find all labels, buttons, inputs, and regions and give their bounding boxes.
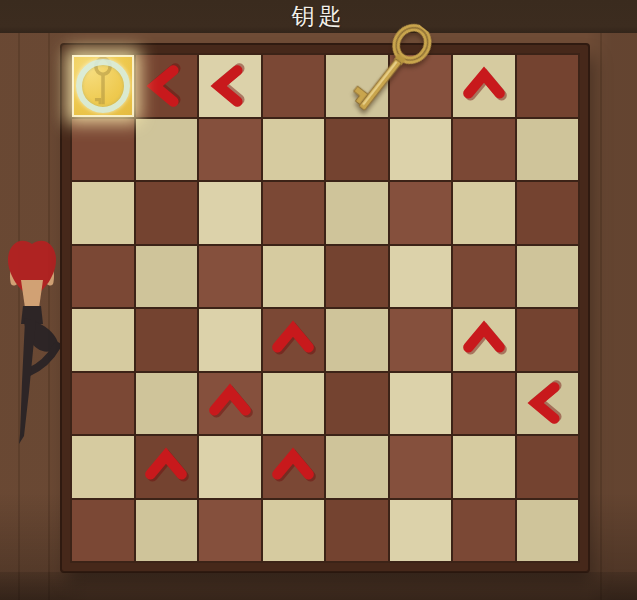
board-cell-r6c6[interactable]	[453, 436, 515, 498]
board-cell-r6c1[interactable]	[136, 436, 198, 498]
arrow-up-icon	[459, 315, 509, 365]
board-cell-r4c0[interactable]	[72, 309, 134, 371]
board-cell-r1c2[interactable]	[199, 119, 261, 181]
puzzle-title: 钥匙	[292, 1, 346, 32]
board-cell-r0c7[interactable]	[517, 55, 579, 117]
board-cell-r1c1[interactable]	[136, 119, 198, 181]
ring-marker-icon	[76, 59, 130, 113]
board-cell-r3c0[interactable]	[72, 246, 134, 308]
arrow-up-icon	[459, 61, 509, 111]
board-cell-r6c2[interactable]	[199, 436, 261, 498]
board-cell-r4c5[interactable]	[390, 309, 452, 371]
board-cell-r5c7[interactable]	[517, 373, 579, 435]
board-cell-r4c6[interactable]	[453, 309, 515, 371]
board-cell-r2c2[interactable]	[199, 182, 261, 244]
arrow-left-icon	[205, 61, 255, 111]
board-cell-r5c1[interactable]	[136, 373, 198, 435]
board-cell-r4c4[interactable]	[326, 309, 388, 371]
board-cell-r2c0[interactable]	[72, 182, 134, 244]
board-cell-r6c4[interactable]	[326, 436, 388, 498]
board-cell-r5c2[interactable]	[199, 373, 261, 435]
board-cell-r7c4[interactable]	[326, 500, 388, 562]
game-screen: 钥匙	[0, 0, 637, 600]
floor-shadow	[0, 572, 637, 600]
arrow-up-icon	[205, 378, 255, 428]
board-cell-r1c6[interactable]	[453, 119, 515, 181]
board-cell-r4c7[interactable]	[517, 309, 579, 371]
board-cell-r3c5[interactable]	[390, 246, 452, 308]
board-cell-r2c5[interactable]	[390, 182, 452, 244]
board-cell-r2c3[interactable]	[263, 182, 325, 244]
arrow-left-icon	[141, 61, 191, 111]
board-frame	[62, 45, 588, 571]
board-cell-r0c1[interactable]	[136, 55, 198, 117]
board-cell-r2c1[interactable]	[136, 182, 198, 244]
board-cell-r5c5[interactable]	[390, 373, 452, 435]
board-cell-r5c0[interactable]	[72, 373, 134, 435]
board-cell-r7c1[interactable]	[136, 500, 198, 562]
board-cell-r2c4[interactable]	[326, 182, 388, 244]
board-cell-r7c7[interactable]	[517, 500, 579, 562]
board-cell-r6c5[interactable]	[390, 436, 452, 498]
board-cell-r0c6[interactable]	[453, 55, 515, 117]
arrow-left-icon	[522, 378, 572, 428]
board-cell-r7c3[interactable]	[263, 500, 325, 562]
board-cell-r4c3[interactable]	[263, 309, 325, 371]
dancer-figure	[0, 222, 64, 452]
board-cell-r4c2[interactable]	[199, 309, 261, 371]
board-cell-r0c3[interactable]	[263, 55, 325, 117]
board-cell-r6c0[interactable]	[72, 436, 134, 498]
board-cell-r7c2[interactable]	[199, 500, 261, 562]
board-cell-r1c5[interactable]	[390, 119, 452, 181]
board-cell-r5c6[interactable]	[453, 373, 515, 435]
arrow-up-icon	[141, 442, 191, 492]
goal-slot[interactable]	[72, 55, 134, 117]
arrow-up-icon	[268, 442, 318, 492]
board-cell-r2c7[interactable]	[517, 182, 579, 244]
board-cell-r2c6[interactable]	[453, 182, 515, 244]
board-cell-r7c0[interactable]	[72, 500, 134, 562]
board-cell-r3c1[interactable]	[136, 246, 198, 308]
board-cell-r7c5[interactable]	[390, 500, 452, 562]
board-cell-r1c3[interactable]	[263, 119, 325, 181]
board-cell-r6c3[interactable]	[263, 436, 325, 498]
board-cell-r1c7[interactable]	[517, 119, 579, 181]
header: 钥匙	[0, 0, 637, 33]
arrow-up-icon	[268, 315, 318, 365]
board-cell-r6c7[interactable]	[517, 436, 579, 498]
board-cell-r3c6[interactable]	[453, 246, 515, 308]
board-cell-r7c6[interactable]	[453, 500, 515, 562]
board-cell-r5c3[interactable]	[263, 373, 325, 435]
board-cell-r3c2[interactable]	[199, 246, 261, 308]
board-cell-r1c0[interactable]	[72, 119, 134, 181]
board-grid	[70, 53, 580, 563]
board-cell-r5c4[interactable]	[326, 373, 388, 435]
board-cell-r3c3[interactable]	[263, 246, 325, 308]
board-cell-r3c4[interactable]	[326, 246, 388, 308]
board-cell-r4c1[interactable]	[136, 309, 198, 371]
wall-seam	[600, 33, 602, 600]
board-cell-r3c7[interactable]	[517, 246, 579, 308]
board-cell-r0c2[interactable]	[199, 55, 261, 117]
